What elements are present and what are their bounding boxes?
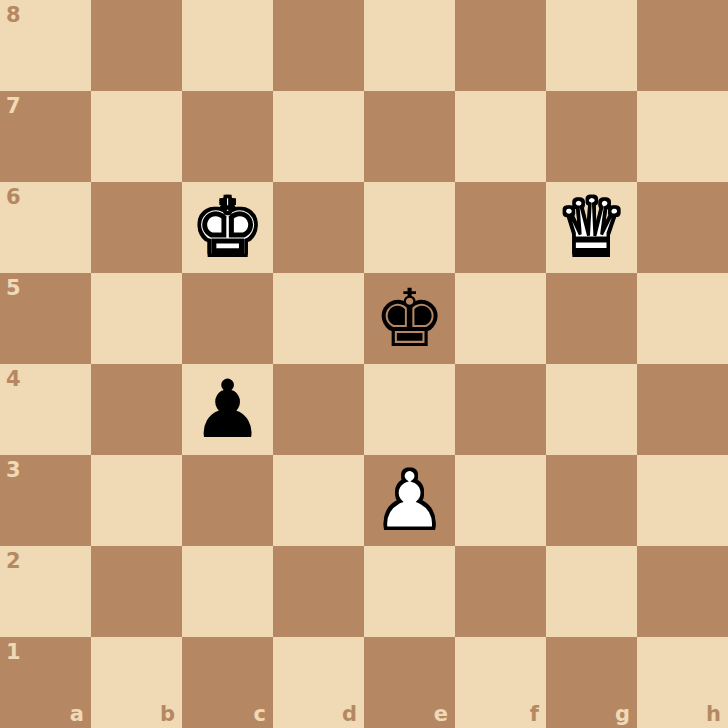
- white-king-c6[interactable]: ♚: [192, 182, 264, 273]
- file-label-h: h: [706, 704, 721, 725]
- square-b1[interactable]: b: [91, 637, 182, 728]
- square-f7[interactable]: [455, 91, 546, 182]
- file-label-e: e: [434, 704, 448, 725]
- square-a8[interactable]: 8: [0, 0, 91, 91]
- square-h1[interactable]: h: [637, 637, 728, 728]
- file-label-d: d: [342, 704, 357, 725]
- rank-label-6: 6: [6, 187, 21, 208]
- square-b6[interactable]: [91, 182, 182, 273]
- rank-label-4: 4: [6, 369, 21, 390]
- rank-label-7: 7: [6, 96, 21, 117]
- rank-label-2: 2: [6, 551, 21, 572]
- square-h3[interactable]: [637, 455, 728, 546]
- square-d2[interactable]: [273, 546, 364, 637]
- square-f2[interactable]: [455, 546, 546, 637]
- square-c7[interactable]: [182, 91, 273, 182]
- square-a5[interactable]: 5: [0, 273, 91, 364]
- file-label-f: f: [530, 704, 539, 725]
- square-g7[interactable]: [546, 91, 637, 182]
- square-d4[interactable]: [273, 364, 364, 455]
- rank-label-1: 1: [6, 642, 21, 663]
- square-h6[interactable]: [637, 182, 728, 273]
- square-a6[interactable]: 6: [0, 182, 91, 273]
- square-a2[interactable]: 2: [0, 546, 91, 637]
- square-f8[interactable]: [455, 0, 546, 91]
- square-e8[interactable]: [364, 0, 455, 91]
- file-label-c: c: [254, 704, 266, 725]
- white-pawn-e3[interactable]: ♟: [374, 455, 446, 546]
- square-d7[interactable]: [273, 91, 364, 182]
- file-label-b: b: [160, 704, 175, 725]
- rank-label-5: 5: [6, 278, 21, 299]
- square-e7[interactable]: [364, 91, 455, 182]
- square-d6[interactable]: [273, 182, 364, 273]
- square-d1[interactable]: d: [273, 637, 364, 728]
- square-h2[interactable]: [637, 546, 728, 637]
- square-f1[interactable]: f: [455, 637, 546, 728]
- square-e1[interactable]: e: [364, 637, 455, 728]
- square-f3[interactable]: [455, 455, 546, 546]
- square-h7[interactable]: [637, 91, 728, 182]
- square-c2[interactable]: [182, 546, 273, 637]
- square-c4[interactable]: ♟: [182, 364, 273, 455]
- square-d3[interactable]: [273, 455, 364, 546]
- square-b7[interactable]: [91, 91, 182, 182]
- square-d8[interactable]: [273, 0, 364, 91]
- square-e2[interactable]: [364, 546, 455, 637]
- square-g3[interactable]: [546, 455, 637, 546]
- square-c6[interactable]: ♚: [182, 182, 273, 273]
- square-c3[interactable]: [182, 455, 273, 546]
- square-f4[interactable]: [455, 364, 546, 455]
- square-h8[interactable]: [637, 0, 728, 91]
- square-c5[interactable]: [182, 273, 273, 364]
- file-label-a: a: [70, 704, 84, 725]
- square-e4[interactable]: [364, 364, 455, 455]
- square-g6[interactable]: ♛: [546, 182, 637, 273]
- square-a3[interactable]: 3: [0, 455, 91, 546]
- black-pawn-c4[interactable]: ♟: [192, 364, 264, 455]
- square-d5[interactable]: [273, 273, 364, 364]
- rank-label-8: 8: [6, 5, 21, 26]
- black-king-e5[interactable]: ♚: [374, 273, 446, 364]
- square-e5[interactable]: ♚: [364, 273, 455, 364]
- square-g5[interactable]: [546, 273, 637, 364]
- square-a7[interactable]: 7: [0, 91, 91, 182]
- square-b4[interactable]: [91, 364, 182, 455]
- square-g4[interactable]: [546, 364, 637, 455]
- chess-board: 876♚♛5♚4♟3♟21abcdefgh: [0, 0, 728, 728]
- square-b3[interactable]: [91, 455, 182, 546]
- square-b2[interactable]: [91, 546, 182, 637]
- rank-label-3: 3: [6, 460, 21, 481]
- square-f5[interactable]: [455, 273, 546, 364]
- square-b5[interactable]: [91, 273, 182, 364]
- square-b8[interactable]: [91, 0, 182, 91]
- square-c1[interactable]: c: [182, 637, 273, 728]
- file-label-g: g: [615, 704, 630, 725]
- square-e3[interactable]: ♟: [364, 455, 455, 546]
- square-a4[interactable]: 4: [0, 364, 91, 455]
- square-g8[interactable]: [546, 0, 637, 91]
- square-a1[interactable]: 1a: [0, 637, 91, 728]
- square-c8[interactable]: [182, 0, 273, 91]
- square-g1[interactable]: g: [546, 637, 637, 728]
- square-f6[interactable]: [455, 182, 546, 273]
- square-g2[interactable]: [546, 546, 637, 637]
- white-queen-g6[interactable]: ♛: [556, 182, 628, 273]
- square-h4[interactable]: [637, 364, 728, 455]
- square-e6[interactable]: [364, 182, 455, 273]
- square-h5[interactable]: [637, 273, 728, 364]
